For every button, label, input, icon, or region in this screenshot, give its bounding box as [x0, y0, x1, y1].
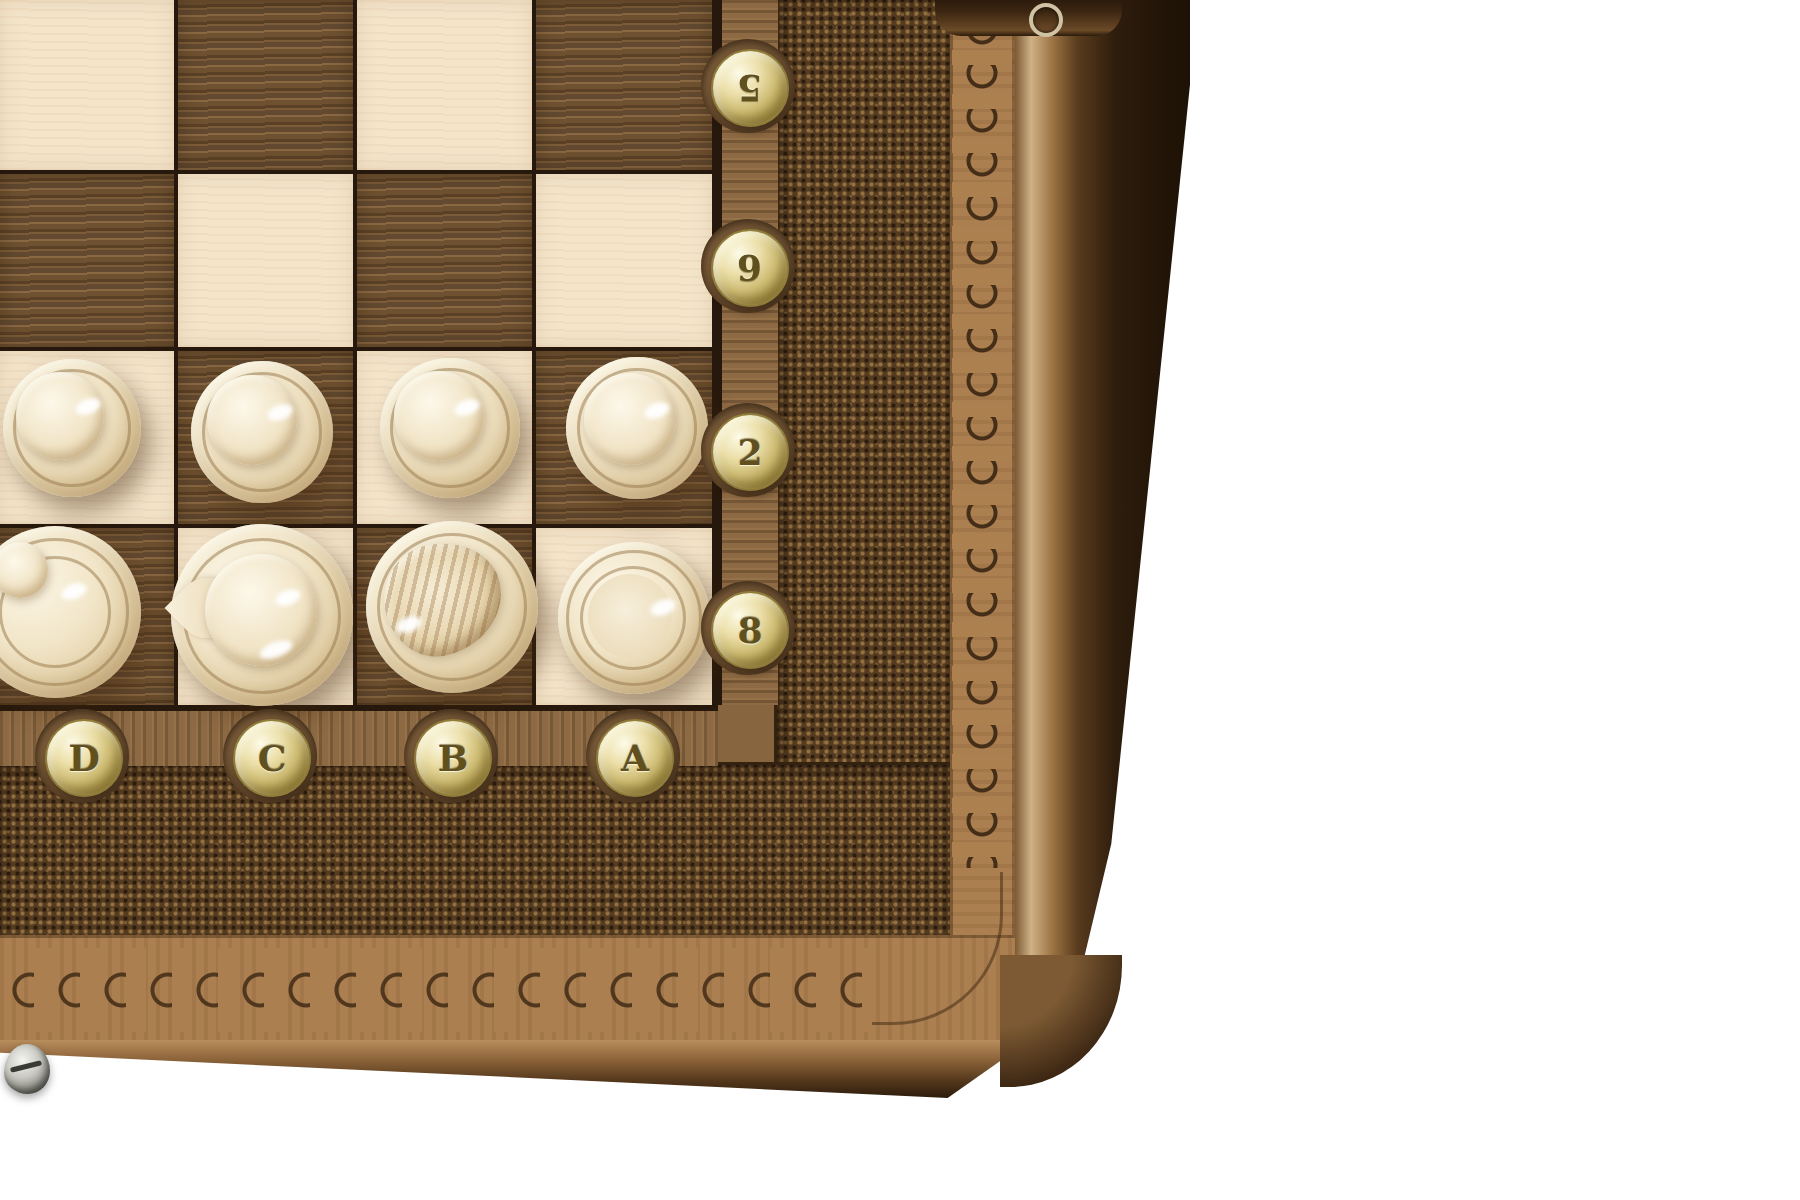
glossy-edge-bottom	[0, 1040, 1030, 1098]
rank-label-5: 5	[737, 70, 762, 106]
file-button-a: A	[596, 719, 674, 797]
file-label-c: C	[258, 740, 287, 776]
file-button-b: B	[414, 719, 492, 797]
rank-label-8: 8	[737, 612, 762, 648]
crescent-carving-row	[8, 948, 868, 1032]
square-c5[interactable]	[178, 0, 353, 170]
glossy-edge-corner	[1000, 955, 1122, 1087]
rank-button-8: 8	[711, 591, 789, 669]
file-button-d: D	[45, 719, 123, 797]
rank-label-6: 6	[737, 250, 762, 286]
photo-canvas: ♙ ♙ ♙ ♙ ♕ ♗ ♘	[0, 0, 1800, 1200]
square-d5[interactable]	[0, 0, 174, 170]
cap-ring-detail	[1029, 3, 1063, 37]
pawn-dome	[394, 371, 484, 461]
rank-button-6: 6	[711, 229, 789, 307]
square-c6[interactable]	[178, 174, 353, 347]
file-label-d: D	[68, 740, 99, 776]
square-b5[interactable]	[357, 0, 532, 170]
square-d6[interactable]	[0, 174, 174, 347]
white-pawn-c7[interactable]: ♙	[191, 361, 333, 503]
file-label-a: A	[621, 740, 649, 776]
pawn-dome	[207, 375, 297, 465]
file-button-c: C	[233, 719, 311, 797]
pawn-dome	[584, 373, 676, 465]
board-rail-corner	[718, 705, 774, 762]
screw-foot	[4, 1044, 50, 1094]
square-a5[interactable]	[536, 0, 712, 170]
square-a6[interactable]	[536, 174, 712, 347]
white-pawn-a7[interactable]: ♙	[566, 357, 708, 499]
rank-button-5: 5	[711, 49, 789, 127]
file-label-b: B	[438, 740, 468, 776]
white-pawn-d7[interactable]: ♙	[3, 359, 141, 497]
chain-stitch-carving-column	[952, 6, 1012, 868]
rank-label-7: 2	[737, 434, 762, 470]
rank-button-7: 2	[711, 413, 789, 491]
pawn-dome	[16, 372, 104, 460]
white-rook-a8[interactable]: ♖	[558, 542, 710, 694]
white-knight-b8[interactable]: ♘	[366, 521, 538, 693]
square-b6[interactable]	[357, 174, 532, 347]
glossy-edge-right	[1015, 0, 1190, 1055]
white-pawn-b7[interactable]: ♙	[380, 358, 520, 498]
white-bishop-c8[interactable]: ♗	[171, 524, 353, 706]
